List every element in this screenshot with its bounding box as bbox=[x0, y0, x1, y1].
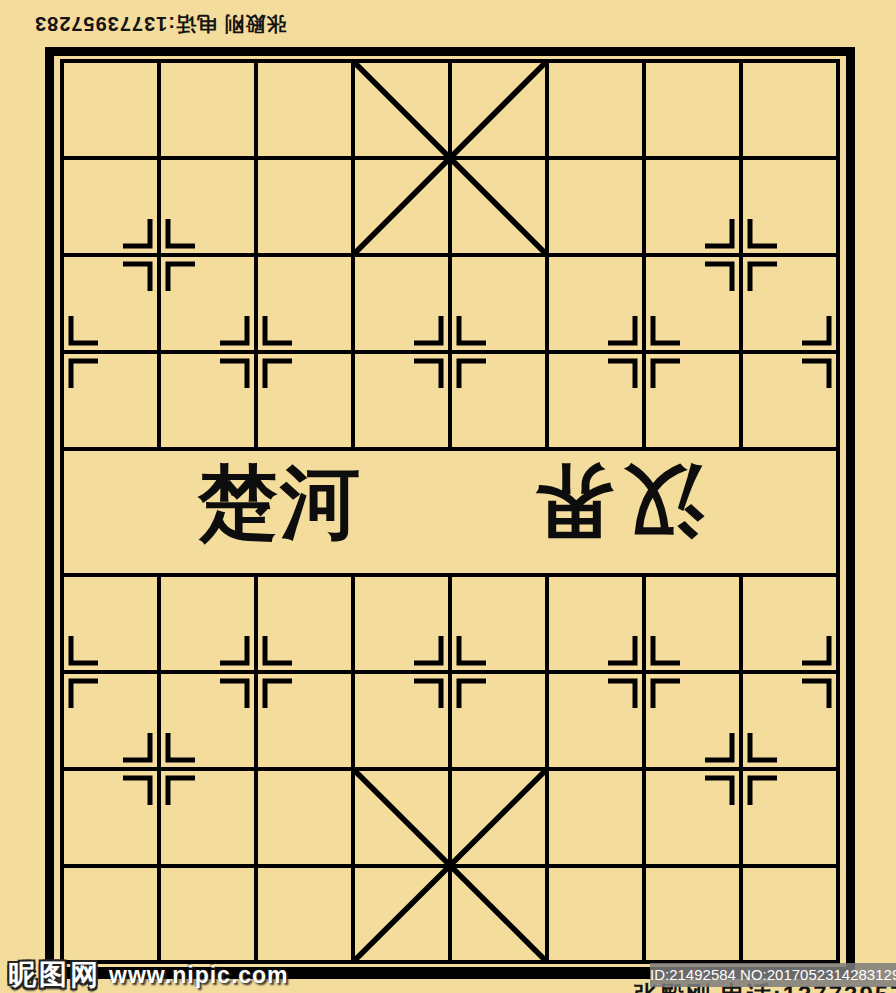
board-cell[interactable] bbox=[743, 577, 836, 674]
board-cell[interactable] bbox=[646, 771, 743, 868]
board-cell[interactable] bbox=[646, 354, 743, 451]
board-cell[interactable] bbox=[452, 63, 549, 160]
board-cell[interactable] bbox=[64, 257, 161, 354]
board-cell[interactable] bbox=[355, 451, 452, 577]
board-cell[interactable] bbox=[64, 451, 161, 577]
board-cell[interactable] bbox=[355, 354, 452, 451]
board-cell[interactable] bbox=[549, 257, 646, 354]
board-cell[interactable] bbox=[258, 160, 355, 257]
board-cell[interactable] bbox=[646, 63, 743, 160]
board-cell[interactable] bbox=[161, 577, 258, 674]
board-cell[interactable] bbox=[452, 674, 549, 771]
xiangqi-board[interactable] bbox=[60, 59, 840, 964]
board-cell[interactable] bbox=[646, 160, 743, 257]
board-cell[interactable] bbox=[743, 257, 836, 354]
board-cell[interactable] bbox=[646, 868, 743, 960]
board-cell[interactable] bbox=[452, 257, 549, 354]
board-cell[interactable] bbox=[258, 868, 355, 960]
board-cell[interactable] bbox=[64, 577, 161, 674]
board-cell[interactable] bbox=[549, 771, 646, 868]
board-cell[interactable] bbox=[355, 771, 452, 868]
river-label-chu-he: 楚河 bbox=[198, 462, 362, 542]
board-cell[interactable] bbox=[64, 771, 161, 868]
board-cell[interactable] bbox=[161, 160, 258, 257]
board-cell[interactable] bbox=[258, 674, 355, 771]
board-cell[interactable] bbox=[355, 160, 452, 257]
board-cell[interactable] bbox=[549, 674, 646, 771]
board-cell[interactable] bbox=[646, 674, 743, 771]
board-cell[interactable] bbox=[258, 257, 355, 354]
board-cell[interactable] bbox=[355, 63, 452, 160]
board-cell[interactable] bbox=[64, 160, 161, 257]
board-cell[interactable] bbox=[549, 63, 646, 160]
seller-contact-top: 张殿刚 电话:13773957283 bbox=[34, 10, 287, 37]
board-cell[interactable] bbox=[355, 868, 452, 960]
board-cell[interactable] bbox=[549, 868, 646, 960]
board-cell[interactable] bbox=[355, 257, 452, 354]
board-cell[interactable] bbox=[452, 160, 549, 257]
board-cell[interactable] bbox=[161, 63, 258, 160]
board-cell[interactable] bbox=[743, 771, 836, 868]
board-cell[interactable] bbox=[355, 674, 452, 771]
board-cell[interactable] bbox=[64, 354, 161, 451]
board-cell[interactable] bbox=[161, 674, 258, 771]
board-cell[interactable] bbox=[64, 63, 161, 160]
board-cell[interactable] bbox=[646, 577, 743, 674]
board-cell[interactable] bbox=[452, 868, 549, 960]
board-cell[interactable] bbox=[743, 63, 836, 160]
board-cell[interactable] bbox=[452, 354, 549, 451]
board-cell[interactable] bbox=[646, 257, 743, 354]
board-cell[interactable] bbox=[258, 771, 355, 868]
board-cell[interactable] bbox=[258, 354, 355, 451]
nipic-url: www.nipic.com bbox=[109, 962, 289, 989]
board-cell[interactable] bbox=[258, 63, 355, 160]
board-cell[interactable] bbox=[161, 257, 258, 354]
board-cell[interactable] bbox=[452, 771, 549, 868]
board-cell[interactable] bbox=[355, 577, 452, 674]
board-cell[interactable] bbox=[743, 354, 836, 451]
board-cell[interactable] bbox=[161, 771, 258, 868]
stock-image-page: { "game": "xiangqi (Chinese chess)", "de… bbox=[0, 0, 896, 993]
board-cell[interactable] bbox=[161, 354, 258, 451]
board-cell[interactable] bbox=[452, 577, 549, 674]
board-cell[interactable] bbox=[64, 868, 161, 960]
board-cell[interactable] bbox=[64, 674, 161, 771]
board-cell[interactable] bbox=[549, 160, 646, 257]
nipic-watermark: 昵图网 www.nipic.com bbox=[8, 956, 289, 993]
board-cell[interactable] bbox=[743, 160, 836, 257]
board-cell[interactable] bbox=[549, 354, 646, 451]
board-cell[interactable] bbox=[549, 577, 646, 674]
board-cell[interactable] bbox=[743, 451, 836, 577]
board-cell[interactable] bbox=[743, 868, 836, 960]
board-cell[interactable] bbox=[743, 674, 836, 771]
nipic-logo: 昵图网 bbox=[8, 956, 101, 993]
image-id-watermark: ID:21492584 NO:20170523142831294000 bbox=[650, 963, 896, 987]
board-cell[interactable] bbox=[258, 577, 355, 674]
river-label-han-jie: 汉界 bbox=[524, 462, 704, 542]
board-cell[interactable] bbox=[161, 868, 258, 960]
